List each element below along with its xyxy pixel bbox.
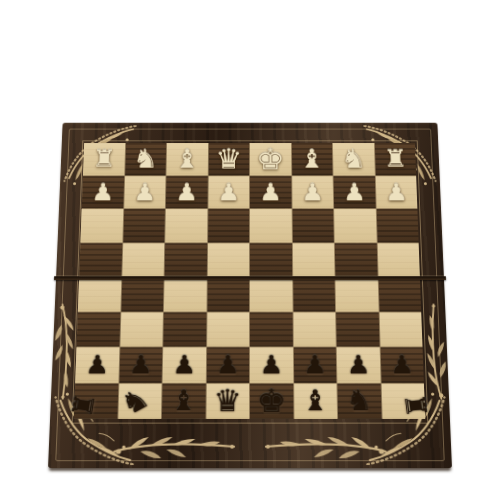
square-e2: ♟ — [250, 347, 293, 382]
square-d2: ♟ — [206, 347, 249, 382]
square-a6 — [80, 209, 122, 242]
square-f1: ♝ — [294, 383, 337, 419]
white-pawn: ♟ — [343, 180, 366, 203]
white-bishop: ♝ — [299, 146, 325, 172]
square-g2: ♟ — [337, 347, 380, 382]
square-f6 — [292, 209, 334, 242]
square-d5 — [207, 243, 249, 276]
square-a3 — [77, 312, 120, 346]
black-bishop: ♝ — [302, 387, 329, 415]
square-h2: ♟ — [380, 347, 424, 382]
square-f5 — [292, 243, 334, 276]
square-c4 — [164, 277, 206, 311]
square-c3 — [163, 312, 206, 346]
square-a1: ♜ — [74, 383, 118, 419]
white-knight: ♞ — [341, 146, 367, 172]
square-e6 — [250, 209, 291, 242]
square-c7: ♟ — [166, 176, 207, 208]
square-c6 — [165, 209, 207, 242]
square-g7: ♟ — [334, 176, 376, 208]
black-pawn: ♟ — [346, 352, 370, 377]
square-h3 — [379, 312, 422, 346]
square-b4 — [121, 277, 164, 311]
square-e7: ♟ — [250, 176, 291, 208]
square-d6 — [208, 209, 249, 242]
square-c1: ♝ — [162, 383, 205, 419]
white-pawn: ♟ — [133, 180, 156, 203]
square-e4 — [250, 277, 292, 311]
square-b7: ♟ — [124, 176, 166, 208]
black-pawn: ♟ — [128, 352, 152, 377]
black-pawn: ♟ — [303, 352, 327, 377]
square-c5 — [165, 243, 207, 276]
black-pawn: ♟ — [259, 352, 283, 377]
chessboard: ♜♞♝♛♚♝♞♜♟♟♟♟♟♟♟♟♟♟♟♟♟♟♟♟♜♞♝♛♚♝♞♜ — [48, 123, 452, 468]
square-c8: ♝ — [166, 143, 207, 175]
square-b1: ♞ — [118, 383, 162, 419]
black-pawn: ♟ — [390, 352, 415, 377]
square-a4 — [78, 277, 121, 311]
square-d8: ♛ — [208, 143, 249, 175]
square-h6 — [376, 209, 418, 242]
black-queen: ♛ — [213, 386, 241, 416]
white-queen: ♛ — [215, 145, 242, 172]
square-b6 — [123, 209, 165, 242]
square-e5 — [250, 243, 292, 276]
black-rook: ♜ — [69, 392, 101, 419]
black-king: ♚ — [256, 385, 286, 417]
white-bishop: ♝ — [174, 146, 200, 172]
square-f7: ♟ — [292, 176, 333, 208]
square-c2: ♟ — [163, 347, 206, 382]
black-pawn: ♟ — [172, 352, 196, 377]
white-pawn: ♟ — [175, 180, 198, 203]
square-g6 — [334, 209, 376, 242]
white-pawn: ♟ — [217, 180, 240, 203]
white-pawn: ♟ — [384, 180, 408, 203]
black-knight: ♞ — [116, 383, 153, 420]
square-g8: ♞ — [333, 143, 374, 175]
square-e8: ♚ — [250, 143, 291, 175]
square-a7: ♟ — [82, 176, 124, 208]
white-king: ♚ — [256, 144, 285, 173]
square-b2: ♟ — [119, 347, 162, 382]
white-rook: ♜ — [92, 147, 116, 171]
black-rook: ♜ — [399, 393, 430, 419]
white-pawn: ♟ — [259, 180, 282, 203]
square-e1: ♚ — [250, 383, 293, 419]
square-d3 — [207, 312, 249, 346]
square-b8: ♞ — [125, 143, 166, 175]
white-knight: ♞ — [133, 146, 159, 172]
product-photo: ♜♞♝♛♚♝♞♜♟♟♟♟♟♟♟♟♟♟♟♟♟♟♟♟♜♞♝♛♚♝♞♜ — [0, 0, 500, 500]
square-f4 — [293, 277, 335, 311]
white-rook: ♜ — [383, 147, 407, 171]
black-knight: ♞ — [346, 387, 373, 415]
board-fold-hinge-line — [54, 276, 446, 280]
square-a5 — [79, 243, 122, 276]
board-grid: ♜♞♝♛♚♝♞♜♟♟♟♟♟♟♟♟♟♟♟♟♟♟♟♟♜♞♝♛♚♝♞♜ — [74, 143, 425, 419]
square-d7: ♟ — [208, 176, 249, 208]
square-h7: ♟ — [375, 176, 417, 208]
carved-leaf-branch-bottom-right — [262, 434, 390, 459]
white-pawn: ♟ — [91, 180, 115, 203]
square-b5 — [122, 243, 164, 276]
square-h8: ♜ — [374, 143, 416, 175]
white-pawn: ♟ — [301, 180, 324, 203]
square-a2: ♟ — [75, 347, 119, 382]
carved-leaf-branch-bottom-left — [110, 434, 238, 459]
square-g5 — [335, 243, 377, 276]
black-pawn: ♟ — [216, 352, 240, 377]
square-g4 — [335, 277, 378, 311]
black-pawn: ♟ — [85, 352, 110, 377]
square-f2: ♟ — [293, 347, 336, 382]
square-f8: ♝ — [291, 143, 332, 175]
square-d4 — [207, 277, 249, 311]
square-f3 — [293, 312, 336, 346]
square-g3 — [336, 312, 379, 346]
square-b3 — [120, 312, 163, 346]
square-h1: ♜ — [381, 383, 425, 419]
black-bishop: ♝ — [170, 387, 197, 415]
square-a8: ♜ — [83, 143, 125, 175]
square-e3 — [250, 312, 292, 346]
square-d1: ♛ — [206, 383, 249, 419]
square-h5 — [377, 243, 420, 276]
square-g1: ♞ — [337, 383, 381, 419]
square-h4 — [378, 277, 421, 311]
